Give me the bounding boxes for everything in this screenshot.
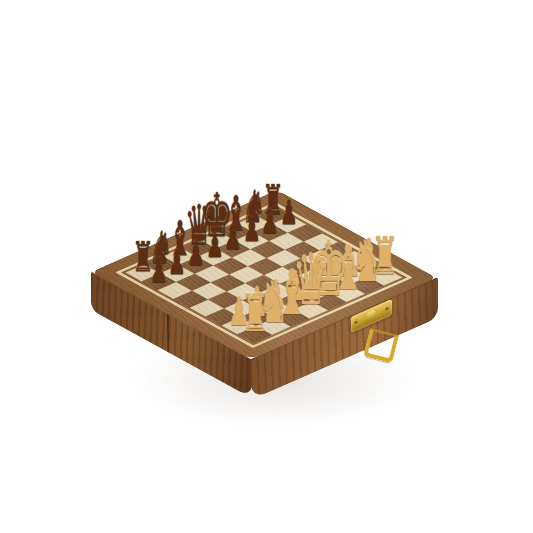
piece-white-rook-a1[interactable]: ♜ [241, 287, 269, 339]
piece-black-pawn-b7[interactable]: ♟ [168, 245, 186, 279]
piece-black-pawn-a7[interactable]: ♟ [150, 253, 168, 287]
chess-set-photo: ♜♞♝♛♚♝♞♜♟♟♟♟♟♟♟♟♟♟♟♟♟♟♟♟♜♞♝♛♚♝♞♜ [0, 0, 533, 533]
piece-black-pawn-e7[interactable]: ♟ [224, 220, 242, 254]
screw-icon [385, 305, 389, 311]
piece-black-pawn-h7[interactable]: ♟ [280, 195, 298, 229]
piece-black-pawn-g7[interactable]: ♟ [261, 204, 279, 238]
piece-black-pawn-d7[interactable]: ♟ [206, 228, 224, 262]
piece-black-pawn-f7[interactable]: ♟ [243, 212, 261, 246]
screw-icon [354, 319, 358, 325]
piece-black-pawn-c7[interactable]: ♟ [187, 236, 205, 270]
clasp-knob [367, 309, 375, 322]
pieces-layer: ♜♞♝♛♚♝♞♜♟♟♟♟♟♟♟♟♟♟♟♟♟♟♟♟♜♞♝♛♚♝♞♜ [0, 0, 533, 533]
